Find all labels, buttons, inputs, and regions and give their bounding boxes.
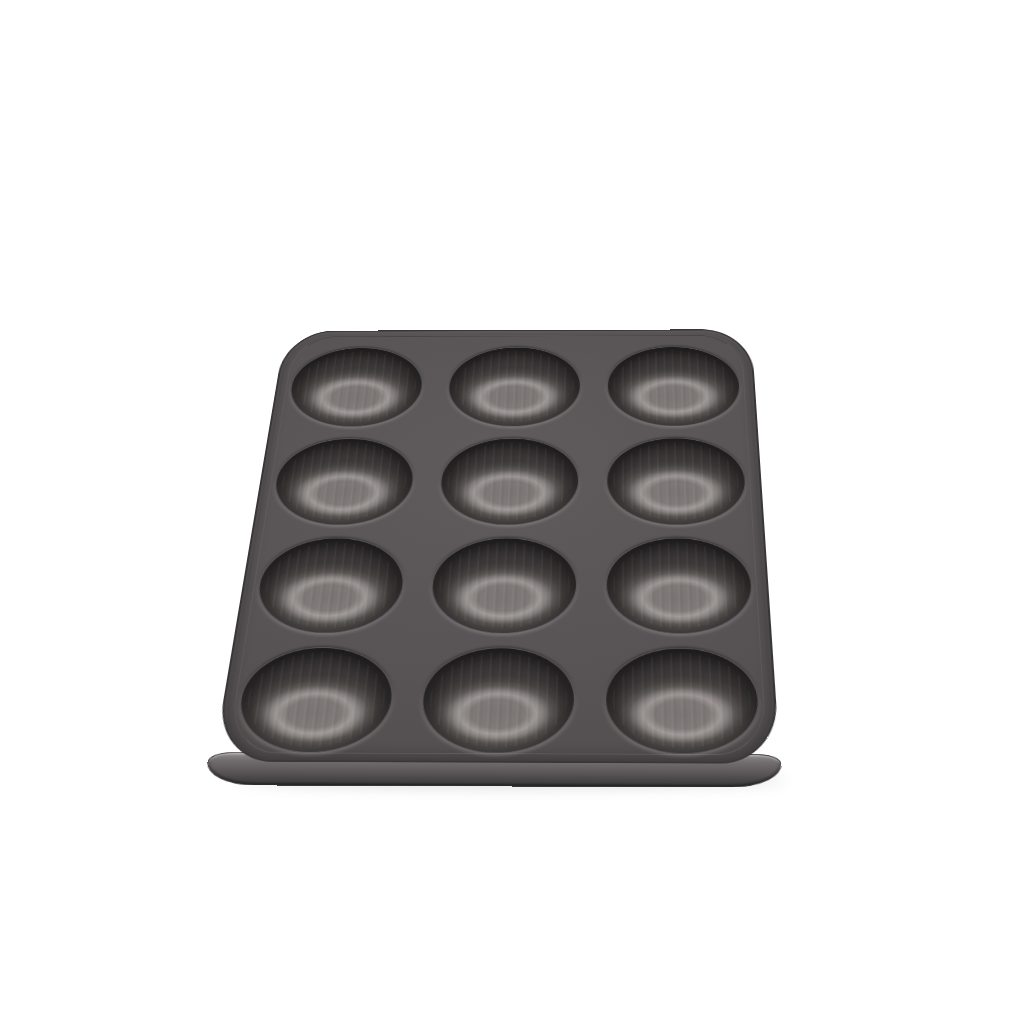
muffin-cup-r2c1 — [269, 438, 418, 525]
muffin-cup-r4c1 — [232, 647, 397, 753]
muffin-cup-r1c3 — [607, 346, 743, 426]
muffin-cup-r4c2 — [418, 647, 576, 753]
pan-top-face — [213, 329, 780, 764]
muffin-cup-r2c2 — [437, 438, 580, 525]
muffin-cup-r2c3 — [606, 438, 748, 525]
muffin-cup-r1c2 — [445, 347, 581, 427]
muffin-cup-r3c2 — [428, 538, 578, 634]
muffin-cup-r3c1 — [251, 538, 408, 633]
muffin-cup-r3c3 — [606, 538, 755, 634]
photo-canvas — [0, 0, 1024, 1024]
cup-grid — [216, 330, 778, 762]
muffin-cup-r1c1 — [284, 347, 426, 426]
muffin-cup-r4c3 — [605, 648, 762, 754]
muffin-pan — [209, 329, 777, 786]
